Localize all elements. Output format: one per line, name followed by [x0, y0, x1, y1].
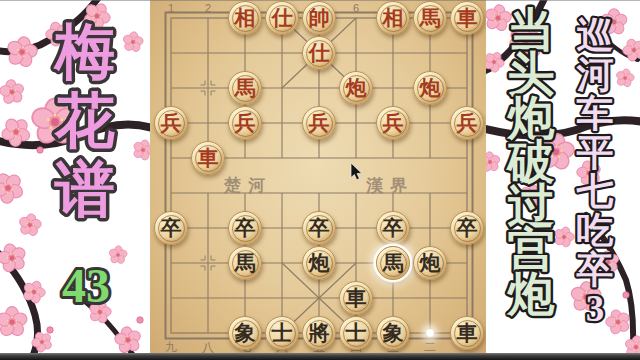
piece-character: 兵: [451, 107, 483, 139]
piece-red-兵[interactable]: 兵: [450, 106, 484, 140]
piece-red-兵[interactable]: 兵: [376, 106, 410, 140]
piece-black-士[interactable]: 士: [339, 316, 373, 350]
bottom-edge-bar: [0, 353, 640, 360]
left-decoration-panel: 梅花谱 43: [0, 0, 150, 360]
svg-text:平: 平: [576, 132, 614, 173]
svg-text:车: 车: [577, 93, 614, 134]
piece-black-象[interactable]: 象: [228, 316, 262, 350]
piece-character: 卒: [451, 212, 483, 244]
piece-character: 卒: [155, 212, 187, 244]
piece-red-仕[interactable]: 仕: [265, 1, 299, 35]
piece-red-兵[interactable]: 兵: [228, 106, 262, 140]
piece-black-卒[interactable]: 卒: [450, 211, 484, 245]
piece-character: 士: [340, 317, 372, 349]
piece-character: 相: [229, 2, 261, 34]
piece-character: 相: [377, 2, 409, 34]
piece-character: 炮: [303, 247, 335, 279]
piece-character: 車: [451, 2, 483, 34]
piece-red-相[interactable]: 相: [228, 1, 262, 35]
svg-text:河: 河: [576, 54, 614, 95]
piece-red-兵[interactable]: 兵: [302, 106, 336, 140]
svg-text:巡: 巡: [577, 15, 614, 56]
piece-character: 車: [451, 317, 483, 349]
piece-black-卒[interactable]: 卒: [228, 211, 262, 245]
piece-red-馬[interactable]: 馬: [228, 71, 262, 105]
piece-black-炮[interactable]: 炮: [413, 246, 447, 280]
piece-black-卒[interactable]: 卒: [154, 211, 188, 245]
mouse-cursor: [350, 163, 364, 183]
piece-character: 車: [192, 142, 224, 174]
piece-character: 帥: [303, 2, 335, 34]
piece-black-馬[interactable]: 馬: [376, 246, 410, 280]
svg-text:卒: 卒: [576, 249, 614, 290]
piece-character: 炮: [414, 72, 446, 104]
piece-red-車[interactable]: 車: [191, 141, 225, 175]
piece-red-帥[interactable]: 帥: [302, 1, 336, 35]
piece-black-車[interactable]: 車: [450, 316, 484, 350]
svg-text:谱: 谱: [54, 157, 115, 223]
piece-black-士[interactable]: 士: [265, 316, 299, 350]
piece-character: 仕: [266, 2, 298, 34]
piece-character: 兵: [229, 107, 261, 139]
svg-text:3: 3: [586, 288, 605, 329]
piece-character: 馬: [414, 2, 446, 34]
piece-character: 象: [377, 317, 409, 349]
piece-black-馬[interactable]: 馬: [228, 246, 262, 280]
piece-character: 卒: [303, 212, 335, 244]
piece-red-兵[interactable]: 兵: [154, 106, 188, 140]
piece-character: 仕: [303, 37, 335, 69]
piece-red-相[interactable]: 相: [376, 1, 410, 35]
piece-red-車[interactable]: 車: [450, 1, 484, 35]
piece-character: 兵: [377, 107, 409, 139]
move-caption-inner: 当头炮破过宫炮: [506, 4, 555, 320]
svg-text:梅: 梅: [53, 19, 115, 85]
piece-red-炮[interactable]: 炮: [413, 71, 447, 105]
piece-red-馬[interactable]: 馬: [413, 1, 447, 35]
svg-text:七: 七: [576, 171, 614, 212]
piece-character: 卒: [377, 212, 409, 244]
piece-character: 炮: [340, 72, 372, 104]
piece-character: 象: [229, 317, 261, 349]
piece-character: 炮: [414, 247, 446, 279]
piece-character: 馬: [229, 247, 261, 279]
piece-black-卒[interactable]: 卒: [302, 211, 336, 245]
move-caption-outer: 巡河车平七吃卒3: [576, 15, 614, 329]
svg-text:炮: 炮: [506, 268, 555, 320]
piece-red-仕[interactable]: 仕: [302, 36, 336, 70]
svg-text:花: 花: [53, 88, 115, 154]
piece-character: 兵: [155, 107, 187, 139]
right-decoration-panel: 当头炮破过宫炮 巡河车平七吃卒3: [486, 0, 640, 360]
piece-black-象[interactable]: 象: [376, 316, 410, 350]
left-title-block: 梅花谱 43: [0, 0, 150, 360]
piece-black-車[interactable]: 車: [339, 281, 373, 315]
series-title: 梅花谱: [53, 19, 115, 223]
piece-black-卒[interactable]: 卒: [376, 211, 410, 245]
piece-black-炮[interactable]: 炮: [302, 246, 336, 280]
piece-character: 卒: [229, 212, 261, 244]
piece-character: 士: [266, 317, 298, 349]
piece-black-將[interactable]: 將: [302, 316, 336, 350]
piece-character: 馬: [229, 72, 261, 104]
piece-character: 車: [340, 282, 372, 314]
piece-character: 馬: [377, 247, 409, 279]
right-title-block: 当头炮破过宫炮 巡河车平七吃卒3: [486, 0, 640, 360]
episode-number: 43: [62, 259, 110, 312]
pieces-layer: 相仕帥相馬車仕馬炮炮兵兵兵兵兵車卒卒卒卒卒馬炮馬炮車象士將士象車: [150, 0, 486, 360]
svg-text:吃: 吃: [577, 210, 614, 251]
piece-red-炮[interactable]: 炮: [339, 71, 373, 105]
video-frame: 梅花谱 43 123456789 九八七六五四三二一 楚河 漢界 相仕帥相馬車仕…: [0, 0, 640, 360]
piece-character: 兵: [303, 107, 335, 139]
xiangqi-board[interactable]: 123456789 九八七六五四三二一 楚河 漢界 相仕帥相馬車仕馬炮炮兵兵兵兵…: [150, 0, 486, 360]
piece-character: 將: [303, 317, 335, 349]
